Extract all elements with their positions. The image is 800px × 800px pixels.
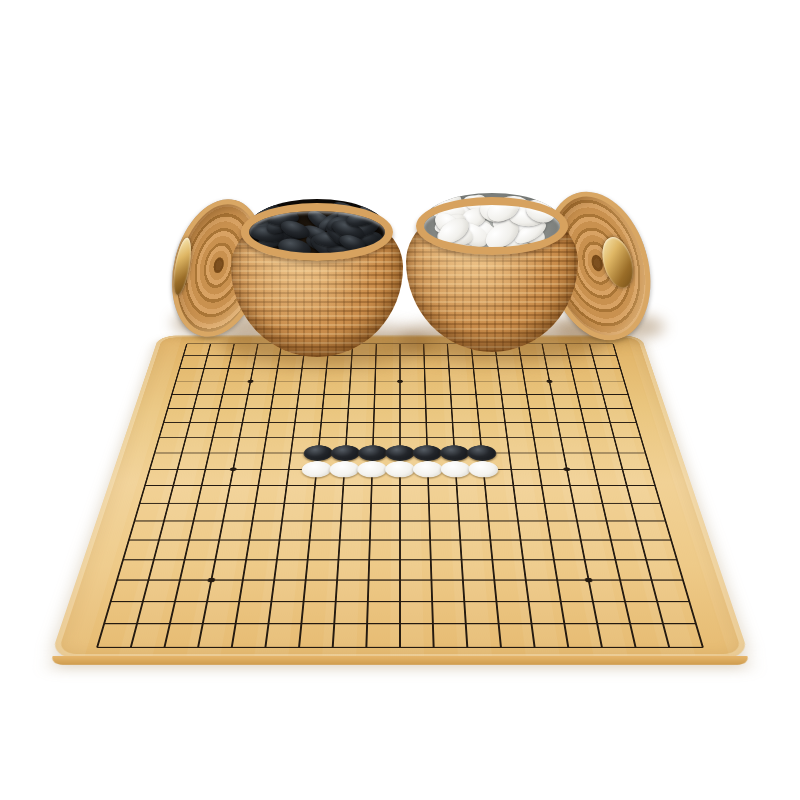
intersection — [463, 388, 490, 402]
intersection — [161, 461, 193, 477]
intersection — [289, 570, 323, 591]
intersection — [202, 531, 236, 550]
go-board — [50, 335, 750, 658]
intersection — [478, 570, 512, 591]
star-point — [387, 375, 412, 388]
intersection — [355, 512, 385, 530]
intersection — [465, 416, 493, 431]
intersection — [476, 550, 509, 570]
star-point — [193, 570, 229, 591]
intersection — [515, 402, 543, 416]
intersection — [579, 350, 606, 362]
intersection — [360, 416, 387, 431]
star-point — [571, 570, 607, 591]
intersection — [473, 512, 504, 530]
white-stone — [357, 461, 387, 477]
intersection — [475, 531, 507, 550]
intersection — [415, 550, 446, 570]
intersection — [576, 445, 607, 461]
intersection — [546, 613, 583, 636]
intersection — [472, 494, 503, 512]
intersection — [152, 494, 186, 512]
intersection — [531, 512, 564, 530]
intersection — [579, 461, 611, 477]
intersection — [564, 531, 598, 550]
intersection — [319, 591, 353, 613]
intersection — [524, 461, 554, 477]
intersection — [606, 362, 634, 375]
intersection — [509, 362, 536, 375]
intersection — [388, 362, 413, 375]
intersection — [538, 388, 566, 402]
white-stone — [329, 461, 359, 477]
white-stone — [468, 461, 499, 477]
intersection — [197, 338, 224, 350]
intersection — [283, 402, 311, 416]
intersection — [225, 570, 260, 591]
intersection — [386, 430, 413, 445]
intersection — [328, 477, 357, 494]
intersection — [416, 570, 448, 591]
intersection — [300, 477, 330, 494]
intersection — [566, 402, 595, 416]
intersection — [243, 477, 274, 494]
intersection — [414, 494, 444, 512]
intersection — [359, 445, 387, 461]
intersection — [595, 416, 625, 431]
intersection — [239, 494, 271, 512]
intersection — [179, 402, 209, 416]
intersection — [325, 512, 356, 530]
intersection — [304, 445, 333, 461]
intersection — [447, 570, 480, 591]
intersection — [257, 402, 285, 416]
intersection — [181, 494, 214, 512]
intersection — [332, 430, 360, 445]
intersection — [585, 375, 613, 388]
intersection — [383, 613, 416, 636]
intersection — [416, 613, 450, 636]
intersection — [586, 494, 619, 512]
intersection — [151, 613, 189, 636]
intersection — [610, 375, 639, 388]
intersection — [170, 430, 201, 445]
intersection — [285, 388, 312, 402]
star-point — [237, 375, 265, 388]
intersection — [537, 550, 571, 570]
intersection — [176, 512, 210, 530]
intersection — [441, 461, 470, 477]
intersection — [488, 388, 515, 402]
intersection — [621, 416, 652, 431]
intersection — [309, 402, 336, 416]
intersection — [224, 430, 254, 445]
intersection — [441, 445, 469, 461]
intersection — [502, 512, 534, 530]
intersection — [321, 570, 354, 591]
intersection — [274, 461, 304, 477]
intersection — [215, 362, 242, 375]
intersection — [386, 445, 414, 461]
intersection — [250, 613, 286, 636]
intersection — [185, 477, 217, 494]
intersection — [546, 430, 576, 445]
intersection — [298, 494, 329, 512]
intersection — [296, 512, 327, 530]
intersection — [554, 477, 586, 494]
intersection — [147, 512, 181, 530]
intersection — [239, 362, 266, 375]
intersection — [384, 550, 415, 570]
intersection — [206, 512, 239, 530]
intersection — [228, 416, 257, 431]
white-stone — [301, 461, 332, 477]
intersection — [603, 350, 631, 362]
intersection — [281, 416, 309, 431]
intersection — [557, 494, 589, 512]
product-photo — [0, 0, 800, 800]
intersection — [251, 430, 280, 445]
intersection — [284, 613, 319, 636]
intersection — [193, 445, 224, 461]
intersection — [269, 494, 300, 512]
intersection — [310, 388, 337, 402]
intersection — [486, 375, 513, 388]
intersection — [491, 416, 519, 431]
intersection — [522, 445, 552, 461]
intersection — [416, 591, 449, 613]
intersection — [414, 461, 442, 477]
intersection — [440, 430, 468, 445]
intersection — [598, 550, 633, 570]
intersection — [449, 613, 483, 636]
intersection — [485, 362, 511, 375]
intersection — [257, 570, 291, 591]
intersection — [607, 591, 644, 613]
intersection — [511, 375, 538, 388]
intersection — [387, 402, 413, 416]
intersection — [496, 461, 526, 477]
intersection — [594, 531, 629, 550]
board-front-edge — [50, 656, 751, 665]
intersection — [569, 416, 599, 431]
intersection — [229, 550, 263, 570]
intersection — [249, 445, 279, 461]
intersection — [549, 445, 579, 461]
intersection — [183, 388, 212, 402]
intersection — [614, 388, 643, 402]
intersection — [385, 531, 415, 550]
intersection — [412, 375, 437, 388]
star-point — [536, 375, 564, 388]
black-stone — [358, 446, 387, 462]
intersection — [356, 494, 386, 512]
intersection — [384, 591, 417, 613]
intersection — [576, 338, 603, 350]
intersection — [361, 402, 387, 416]
intersection — [590, 512, 624, 530]
intersection — [498, 477, 529, 494]
intersection — [543, 416, 572, 431]
intersection — [526, 477, 557, 494]
intersection — [330, 461, 359, 477]
intersection — [561, 375, 589, 388]
intersection — [259, 388, 287, 402]
intersection — [307, 416, 335, 431]
intersection — [504, 531, 537, 550]
intersection — [385, 512, 415, 530]
intersection — [413, 388, 439, 402]
intersection — [445, 531, 476, 550]
intersection — [198, 550, 233, 570]
intersection — [442, 477, 471, 494]
intersection — [519, 430, 548, 445]
intersection — [514, 613, 550, 636]
intersection — [540, 570, 575, 591]
intersection — [263, 531, 296, 550]
intersection — [466, 430, 494, 445]
intersection — [468, 445, 497, 461]
intersection — [357, 477, 386, 494]
intersection — [334, 416, 361, 431]
intersection — [278, 430, 307, 445]
intersection — [254, 591, 289, 613]
intersection — [664, 570, 702, 591]
intersection — [448, 591, 482, 613]
intersection — [493, 430, 522, 445]
intersection — [264, 362, 291, 375]
intersection — [246, 461, 276, 477]
intersection — [599, 430, 630, 445]
intersection — [625, 430, 656, 445]
intersection — [659, 550, 696, 570]
bowl-rim — [416, 197, 568, 255]
intersection — [221, 591, 257, 613]
intersection — [157, 477, 190, 494]
intersection — [362, 375, 387, 388]
intersection — [461, 362, 487, 375]
intersection — [563, 388, 591, 402]
white-stone — [440, 461, 470, 477]
intersection — [262, 375, 289, 388]
bowl-rim — [241, 203, 393, 261]
intersection — [260, 550, 293, 570]
intersection — [469, 461, 498, 477]
intersection — [413, 430, 440, 445]
intersection — [312, 375, 338, 388]
intersection — [324, 531, 355, 550]
intersection — [592, 402, 622, 416]
intersection — [289, 362, 315, 375]
intersection — [517, 416, 546, 431]
intersection — [266, 512, 298, 530]
white-stone-bowl — [406, 191, 578, 352]
intersection — [338, 362, 363, 375]
intersection — [437, 375, 463, 388]
intersection — [359, 430, 386, 445]
intersection — [579, 613, 616, 636]
intersection — [214, 477, 246, 494]
intersection — [167, 550, 202, 570]
star-point — [551, 461, 582, 477]
intersection — [414, 445, 442, 461]
intersection — [254, 416, 283, 431]
intersection — [350, 613, 384, 636]
intersection — [236, 512, 269, 530]
intersection — [639, 477, 672, 494]
intersection — [413, 416, 440, 431]
intersection — [335, 402, 362, 416]
intersection — [500, 494, 531, 512]
intersection — [412, 362, 437, 375]
intersection — [221, 445, 251, 461]
intersection — [444, 512, 475, 530]
black-stone — [467, 446, 497, 462]
intersection — [630, 445, 662, 461]
star-point — [218, 461, 249, 477]
intersection — [358, 461, 386, 477]
intersection — [676, 613, 716, 636]
intersection — [271, 477, 302, 494]
intersection — [351, 591, 384, 613]
intersection — [186, 375, 214, 388]
intersection — [443, 494, 473, 512]
star-point — [386, 461, 414, 477]
intersection — [529, 494, 561, 512]
intersection — [648, 512, 683, 530]
intersection — [572, 430, 602, 445]
black-stone — [385, 446, 414, 462]
intersection — [305, 430, 333, 445]
black-stone — [440, 446, 470, 462]
intersection — [322, 550, 354, 570]
intersection — [387, 416, 414, 431]
intersection — [362, 388, 388, 402]
intersection — [438, 388, 464, 402]
intersection — [464, 402, 491, 416]
intersection — [617, 402, 647, 416]
intersection — [446, 550, 478, 570]
black-stone — [303, 446, 333, 462]
intersection — [653, 531, 689, 550]
intersection — [511, 591, 546, 613]
intersection — [231, 402, 260, 416]
intersection — [462, 375, 488, 388]
intersection — [331, 445, 359, 461]
intersection — [314, 362, 340, 375]
intersection — [208, 388, 236, 402]
intersection — [634, 461, 667, 477]
intersection — [490, 402, 518, 416]
intersection — [582, 362, 610, 375]
black-stone-bowl — [231, 197, 403, 357]
intersection — [175, 416, 205, 431]
intersection — [184, 613, 221, 636]
intersection — [172, 531, 207, 550]
intersection — [291, 550, 324, 570]
intersection — [190, 362, 218, 375]
intersection — [495, 445, 524, 461]
intersection — [575, 591, 611, 613]
intersection — [287, 375, 314, 388]
black-stone — [330, 446, 360, 462]
intersection — [141, 531, 176, 550]
intersection — [194, 350, 221, 362]
intersection — [189, 461, 221, 477]
intersection — [567, 550, 602, 570]
intersection — [414, 477, 443, 494]
intersection — [509, 570, 543, 591]
intersection — [543, 591, 579, 613]
intersection — [670, 591, 709, 613]
intersection — [166, 445, 197, 461]
intersection — [201, 416, 231, 431]
intersection — [470, 477, 500, 494]
intersection — [217, 613, 254, 636]
intersection — [413, 402, 439, 416]
black-stone — [413, 446, 442, 462]
intersection — [212, 375, 240, 388]
intersection — [561, 512, 594, 530]
intersection — [337, 375, 363, 388]
white-stone — [385, 461, 415, 477]
intersection — [327, 494, 357, 512]
intersection — [363, 362, 388, 375]
intersection — [353, 550, 384, 570]
intersection — [387, 388, 413, 402]
intersection — [384, 570, 416, 591]
intersection — [234, 388, 262, 402]
intersection — [385, 494, 414, 512]
white-stone — [413, 461, 443, 477]
intersection — [210, 494, 242, 512]
intersection — [352, 570, 384, 591]
intersection — [602, 570, 638, 591]
intersection — [354, 531, 385, 550]
intersection — [582, 477, 614, 494]
go-grid — [77, 338, 724, 660]
intersection — [162, 570, 198, 591]
intersection — [513, 388, 541, 402]
intersection — [558, 362, 585, 375]
intersection — [534, 362, 561, 375]
intersection — [286, 591, 320, 613]
intersection — [507, 550, 540, 570]
intersection — [386, 477, 415, 494]
intersection — [189, 591, 225, 613]
intersection — [293, 531, 325, 550]
intersection — [415, 512, 445, 530]
intersection — [541, 402, 570, 416]
intersection — [534, 531, 567, 550]
intersection — [588, 388, 617, 402]
intersection — [436, 362, 461, 375]
intersection — [302, 461, 331, 477]
intersection — [197, 430, 227, 445]
intersection — [415, 531, 446, 550]
intersection — [233, 531, 266, 550]
intersection — [205, 402, 234, 416]
intersection — [438, 402, 465, 416]
intersection — [336, 388, 362, 402]
intersection — [317, 613, 351, 636]
intersection — [276, 445, 305, 461]
intersection — [643, 494, 677, 512]
intersection — [479, 591, 513, 613]
intersection — [481, 613, 516, 636]
intersection — [439, 416, 466, 431]
intersection — [156, 591, 193, 613]
